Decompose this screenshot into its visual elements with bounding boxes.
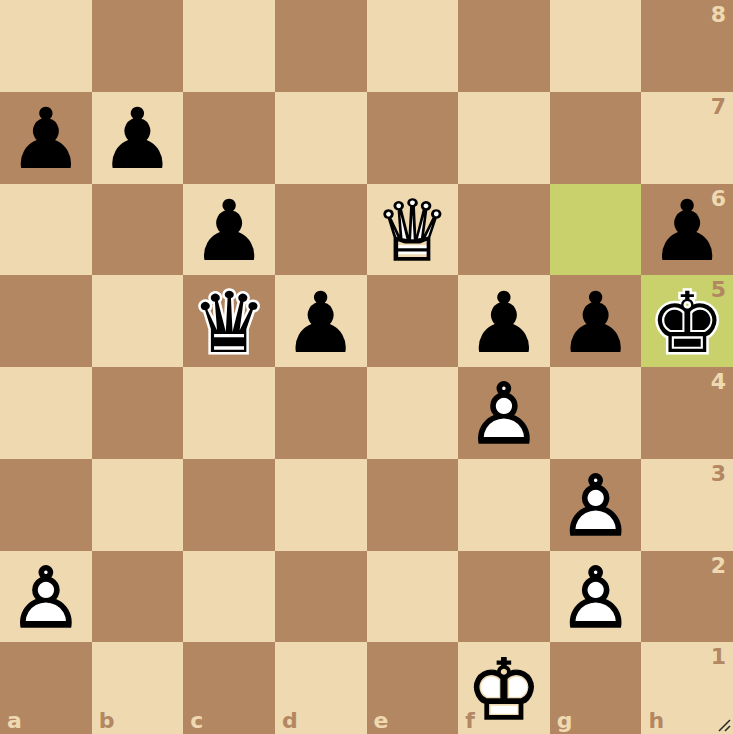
- rank-label-6: 6: [711, 188, 726, 210]
- square-a8[interactable]: [0, 0, 92, 92]
- square-g1[interactable]: g: [550, 642, 642, 734]
- square-b8[interactable]: [92, 0, 184, 92]
- square-d5[interactable]: ♟: [275, 275, 367, 367]
- square-h8[interactable]: 8: [641, 0, 733, 92]
- rank-label-4: 4: [711, 371, 726, 393]
- file-label-c: c: [190, 710, 203, 732]
- square-d8[interactable]: [275, 0, 367, 92]
- rank-label-3: 3: [711, 463, 726, 485]
- black-pawn-glyph: ♟: [183, 184, 275, 276]
- square-c2[interactable]: [183, 551, 275, 643]
- rank-label-1: 1: [711, 646, 726, 668]
- white-pawn-glyph: ♙: [550, 459, 642, 551]
- square-h5[interactable]: 5♚♚: [641, 275, 733, 367]
- square-f6[interactable]: [458, 184, 550, 276]
- square-a6[interactable]: [0, 184, 92, 276]
- square-b2[interactable]: [92, 551, 184, 643]
- white-queen-glyph: ♕: [367, 184, 459, 276]
- file-label-a: a: [7, 710, 22, 732]
- file-label-g: g: [557, 710, 573, 732]
- file-label-h: h: [648, 710, 664, 732]
- black-pawn[interactable]: ♟: [0, 92, 92, 184]
- square-d6[interactable]: [275, 184, 367, 276]
- black-pawn[interactable]: ♟: [92, 92, 184, 184]
- square-g7[interactable]: [550, 92, 642, 184]
- black-pawn[interactable]: ♟: [550, 275, 642, 367]
- white-pawn-glyph: ♟: [550, 551, 642, 643]
- square-d1[interactable]: d: [275, 642, 367, 734]
- square-a5[interactable]: [0, 275, 92, 367]
- white-queen-glyph: ♛: [367, 184, 459, 276]
- white-pawn-glyph: ♙: [0, 551, 92, 643]
- square-c8[interactable]: [183, 0, 275, 92]
- square-e2[interactable]: [367, 551, 459, 643]
- white-pawn-glyph: ♟: [550, 459, 642, 551]
- black-queen-glyph: ♛: [183, 275, 275, 367]
- square-e5[interactable]: [367, 275, 459, 367]
- file-label-b: b: [99, 710, 115, 732]
- white-pawn[interactable]: ♟♙: [550, 551, 642, 643]
- square-h2[interactable]: 2: [641, 551, 733, 643]
- square-d7[interactable]: [275, 92, 367, 184]
- file-label-f: f: [465, 710, 475, 732]
- square-e6[interactable]: ♛♕: [367, 184, 459, 276]
- rank-label-2: 2: [711, 555, 726, 577]
- square-c5[interactable]: ♛♛: [183, 275, 275, 367]
- chess-board: 8♟♟7♟♛♕6♟♛♛♟♟♟5♚♚♟♙4♟♙3♟♙♟♙2abcdef♚♔gh1: [0, 0, 733, 734]
- black-pawn-glyph: ♟: [92, 92, 184, 184]
- square-h6[interactable]: 6♟: [641, 184, 733, 276]
- square-c4[interactable]: [183, 367, 275, 459]
- square-b6[interactable]: [92, 184, 184, 276]
- rank-label-5: 5: [711, 279, 726, 301]
- square-f3[interactable]: [458, 459, 550, 551]
- board-resize-handle-icon[interactable]: [716, 717, 732, 733]
- black-queen[interactable]: ♛♛: [183, 275, 275, 367]
- square-e4[interactable]: [367, 367, 459, 459]
- square-c7[interactable]: [183, 92, 275, 184]
- white-pawn[interactable]: ♟♙: [458, 367, 550, 459]
- square-h3[interactable]: 3: [641, 459, 733, 551]
- square-c1[interactable]: c: [183, 642, 275, 734]
- white-pawn[interactable]: ♟♙: [0, 551, 92, 643]
- square-f8[interactable]: [458, 0, 550, 92]
- square-a2[interactable]: ♟♙: [0, 551, 92, 643]
- square-a7[interactable]: ♟: [0, 92, 92, 184]
- square-b1[interactable]: b: [92, 642, 184, 734]
- square-d2[interactable]: [275, 551, 367, 643]
- file-label-d: d: [282, 710, 298, 732]
- black-pawn[interactable]: ♟: [458, 275, 550, 367]
- square-a1[interactable]: a: [0, 642, 92, 734]
- file-label-e: e: [374, 710, 389, 732]
- square-f5[interactable]: ♟: [458, 275, 550, 367]
- square-f1[interactable]: f♚♔: [458, 642, 550, 734]
- rank-label-7: 7: [711, 96, 726, 118]
- square-c6[interactable]: ♟: [183, 184, 275, 276]
- square-e7[interactable]: [367, 92, 459, 184]
- square-g3[interactable]: ♟♙: [550, 459, 642, 551]
- black-queen-glyph: ♛: [183, 275, 275, 367]
- rank-label-8: 8: [711, 4, 726, 26]
- black-pawn-glyph: ♟: [550, 275, 642, 367]
- square-g6[interactable]: [550, 184, 642, 276]
- square-f2[interactable]: [458, 551, 550, 643]
- square-f7[interactable]: [458, 92, 550, 184]
- square-f4[interactable]: ♟♙: [458, 367, 550, 459]
- square-g2[interactable]: ♟♙: [550, 551, 642, 643]
- square-d3[interactable]: [275, 459, 367, 551]
- square-e3[interactable]: [367, 459, 459, 551]
- square-b3[interactable]: [92, 459, 184, 551]
- square-g4[interactable]: [550, 367, 642, 459]
- square-h7[interactable]: 7: [641, 92, 733, 184]
- square-b7[interactable]: ♟: [92, 92, 184, 184]
- square-h4[interactable]: 4: [641, 367, 733, 459]
- black-pawn-glyph: ♟: [458, 275, 550, 367]
- square-a4[interactable]: [0, 367, 92, 459]
- white-pawn-glyph: ♟: [0, 551, 92, 643]
- square-b5[interactable]: [92, 275, 184, 367]
- white-pawn-glyph: ♙: [550, 551, 642, 643]
- square-e8[interactable]: [367, 0, 459, 92]
- square-c3[interactable]: [183, 459, 275, 551]
- square-g5[interactable]: ♟: [550, 275, 642, 367]
- white-queen[interactable]: ♛♕: [367, 184, 459, 276]
- chess-board-container: 8♟♟7♟♛♕6♟♛♛♟♟♟5♚♚♟♙4♟♙3♟♙♟♙2abcdef♚♔gh1: [0, 0, 733, 734]
- black-pawn[interactable]: ♟: [183, 184, 275, 276]
- square-e1[interactable]: e: [367, 642, 459, 734]
- white-pawn-glyph: ♟: [458, 367, 550, 459]
- square-a3[interactable]: [0, 459, 92, 551]
- white-pawn[interactable]: ♟♙: [550, 459, 642, 551]
- black-pawn-glyph: ♟: [0, 92, 92, 184]
- square-g8[interactable]: [550, 0, 642, 92]
- black-pawn-glyph: ♟: [275, 275, 367, 367]
- square-d4[interactable]: [275, 367, 367, 459]
- square-b4[interactable]: [92, 367, 184, 459]
- white-pawn-glyph: ♙: [458, 367, 550, 459]
- black-pawn[interactable]: ♟: [275, 275, 367, 367]
